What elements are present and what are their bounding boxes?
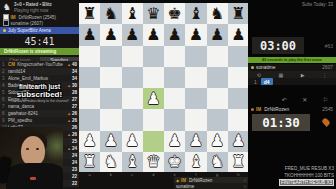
- piece-white-queen[interactable]: ♛: [146, 154, 160, 170]
- arena-countdown: 45:41: [0, 34, 79, 48]
- tournament-link[interactable]: July SuperBlitz Arena: [0, 27, 79, 34]
- square-a5[interactable]: [79, 67, 100, 88]
- square-f5[interactable]: [185, 67, 206, 88]
- standing-score: 22: [72, 174, 77, 179]
- square-a2[interactable]: ♟: [79, 131, 100, 152]
- square-g3[interactable]: [207, 109, 228, 130]
- standing-row[interactable]: 3Alone_Emil_Markus34: [0, 75, 79, 82]
- white-player-title: IM: [11, 15, 16, 20]
- square-a3[interactable]: [79, 109, 100, 130]
- square-h8[interactable]: ♜: [228, 3, 249, 24]
- piece-white-bishop[interactable]: ♝: [189, 154, 203, 170]
- square-f3[interactable]: [185, 109, 206, 130]
- standing-score: 27: [72, 104, 77, 109]
- piece-white-rook[interactable]: ♜: [82, 154, 96, 170]
- streamer-face: [21, 136, 45, 166]
- standing-row[interactable]: 1CM Kingscrusher-YouTube▲40: [0, 61, 79, 68]
- tournament-name: July SuperBlitz Arena: [8, 28, 51, 33]
- event-ticker: FRED_MUE RESUB X3TKOHHHHHH 100 BITSFINIT…: [279, 165, 334, 187]
- resign-flag-icon[interactable]: ⚐: [323, 96, 328, 103]
- standing-score: 25: [72, 139, 77, 144]
- square-h5[interactable]: [228, 67, 249, 88]
- streak-flame-icon: ▲: [67, 111, 71, 116]
- movelist-controls: ⟲▦▶⋮: [248, 71, 336, 78]
- streamer-eye: [26, 148, 29, 150]
- standing-score: 26: [72, 111, 77, 116]
- piece-black-pawn[interactable]: ♟: [82, 27, 96, 43]
- shirt-logo: [30, 177, 36, 180]
- black-player-row[interactable]: sonatime (2607): [0, 20, 79, 26]
- square-d3[interactable]: [143, 109, 164, 130]
- white-player-name: DrNitRozen (2545): [19, 15, 57, 20]
- standing-score: 40: [72, 62, 77, 67]
- takeback-icon[interactable]: ↶: [282, 96, 287, 103]
- alert-subscribed-text: subscribed!: [0, 90, 79, 99]
- game-meta-header: ♞ 3+0 • Rated • Blitz Playing right now: [0, 0, 79, 14]
- square-h3[interactable]: [228, 109, 249, 130]
- square-c5[interactable]: [122, 67, 143, 88]
- square-h4[interactable]: [228, 88, 249, 109]
- square-f6[interactable]: [185, 46, 206, 67]
- black-player-name: sonatime (2607): [11, 21, 44, 26]
- current-move[interactable]: d4: [261, 78, 273, 85]
- standing-score: 22: [72, 181, 77, 186]
- piece-black-pawn[interactable]: ♟: [146, 27, 160, 43]
- piece-black-pawn[interactable]: ♟: [231, 27, 245, 43]
- footer-white-title: IM: [181, 178, 186, 183]
- piece-white-pawn[interactable]: ♟: [231, 133, 245, 149]
- ticker-event: TKOHHHHHH 100 BITS: [279, 173, 334, 178]
- square-h7[interactable]: ♟: [228, 24, 249, 45]
- streamer-rating: 2545: [322, 107, 333, 112]
- standing-row[interactable]: 2ramild1434: [0, 68, 79, 75]
- piece-white-rook[interactable]: ♜: [231, 154, 245, 170]
- square-f1[interactable]: ♝: [185, 152, 206, 173]
- alert-sub-message: Thanks for subscribing to the channel!: [0, 99, 79, 103]
- piece-black-queen[interactable]: ♛: [146, 6, 160, 22]
- opponent-row[interactable]: sonatime 2607: [248, 64, 336, 71]
- square-c4[interactable]: [122, 88, 143, 109]
- piece-white-pawn[interactable]: ♟: [104, 133, 118, 149]
- streamer-dot-icon: [251, 108, 254, 111]
- standing-score: 24: [72, 160, 77, 165]
- square-d7[interactable]: ♟: [143, 24, 164, 45]
- standing-score: 26: [72, 118, 77, 123]
- piece-black-pawn[interactable]: ♟: [104, 27, 118, 43]
- berserk-flame-icon: [321, 117, 331, 127]
- streak-flame-icon: ▲: [67, 146, 71, 151]
- streak-flame-icon: ▲: [67, 62, 71, 67]
- square-c1[interactable]: ♝: [122, 152, 143, 173]
- piece-black-king[interactable]: ♚: [167, 6, 181, 22]
- opponent-rating: 2607: [322, 65, 333, 70]
- piece-white-knight[interactable]: ♞: [210, 154, 224, 170]
- board-menu-icon[interactable]: ▦: [279, 72, 284, 78]
- square-g6[interactable]: [207, 46, 228, 67]
- square-g5[interactable]: [207, 67, 228, 88]
- square-h6[interactable]: [228, 46, 249, 67]
- trophy-icon: [3, 29, 6, 32]
- square-h1[interactable]: ♜: [228, 152, 249, 173]
- streamer-clock: 01:30: [252, 114, 310, 131]
- square-b8[interactable]: ♞: [100, 3, 121, 24]
- square-e1[interactable]: ♚: [164, 152, 185, 173]
- chess-board[interactable]: ♜♞♝♛♚♝♞♜♟♟♟♟♟♟♟♟♟♟♟♟♟♟♟♟♜♞♝♛♚♝♞♜: [79, 3, 249, 173]
- below-board-band: ◆ IM DrNitRozen ≡ sonatime ≡: [79, 177, 248, 189]
- subscription-alert: finitearth just subscribed! Thanks for s…: [0, 83, 79, 103]
- streaming-banner[interactable]: DrNitRozen is streaming: [0, 48, 79, 55]
- piece-black-knight[interactable]: ♞: [104, 6, 118, 22]
- player-title: CM: [8, 62, 16, 67]
- streamer-player-row[interactable]: IM DrNitRozen 2545: [248, 106, 336, 113]
- menu-icon[interactable]: ≡: [244, 178, 246, 183]
- piece-white-bishop[interactable]: ♝: [125, 154, 139, 170]
- menu-icon[interactable]: ≡: [244, 184, 246, 189]
- square-e7[interactable]: ♟: [164, 24, 185, 45]
- game-meta-line2: Playing right now: [14, 8, 52, 14]
- standing-score: 23: [72, 167, 77, 172]
- square-a4[interactable]: [79, 88, 100, 109]
- standing-score: 24: [72, 146, 77, 151]
- square-c8[interactable]: ♝: [122, 3, 143, 24]
- square-d2[interactable]: [143, 131, 164, 152]
- standing-score: 34: [72, 76, 77, 81]
- standing-row[interactable]: 9PM_spedhu▲26: [0, 117, 79, 124]
- piece-white-king[interactable]: ♚: [167, 154, 181, 170]
- streak-flame-icon: ▲: [67, 132, 71, 137]
- black-color-icon: [3, 20, 9, 26]
- piece-black-rook[interactable]: ♜: [82, 6, 96, 22]
- square-f7[interactable]: ♟: [185, 24, 206, 45]
- game-action-buttons: ↶✕⚐: [274, 96, 336, 103]
- standing-score: 26: [72, 125, 77, 130]
- abort-icon[interactable]: ✕: [302, 96, 307, 103]
- square-b3[interactable]: [100, 109, 121, 130]
- square-a6[interactable]: [79, 46, 100, 67]
- square-b1[interactable]: ♞: [100, 152, 121, 173]
- standing-score: 26: [72, 132, 77, 137]
- square-f4[interactable]: [185, 88, 206, 109]
- square-d4[interactable]: ♟: [143, 88, 164, 109]
- square-e2[interactable]: ♟: [164, 131, 185, 152]
- square-b2[interactable]: ♟: [100, 131, 121, 152]
- piece-black-rook[interactable]: ♜: [231, 6, 245, 22]
- square-b4[interactable]: [100, 88, 121, 109]
- square-d8[interactable]: ♛: [143, 3, 164, 24]
- streak-flame-icon: ▲: [67, 118, 71, 123]
- square-e4[interactable]: [164, 88, 185, 109]
- streamer-eye: [36, 148, 39, 150]
- game-side-panel: Subs Today: 33 03:00 #63 40 seconds to p…: [248, 0, 336, 189]
- square-b5[interactable]: [100, 67, 121, 88]
- square-g4[interactable]: [207, 88, 228, 109]
- first-move-icon[interactable]: ⟲: [257, 72, 261, 78]
- standing-row[interactable]: 7nama_danca27: [0, 103, 79, 110]
- square-h2[interactable]: ♟: [228, 131, 249, 152]
- streamer-badge-icon: ◆: [176, 178, 179, 183]
- footer-black-name: sonatime: [176, 184, 194, 189]
- standing-name: CM Kingscrusher-YouTube: [8, 62, 67, 67]
- more-options-icon[interactable]: ⋮: [322, 72, 327, 78]
- piece-white-pawn[interactable]: ♟: [210, 133, 224, 149]
- square-d6[interactable]: [143, 46, 164, 67]
- lichess-logo-icon: ♞: [3, 2, 11, 12]
- piece-black-pawn[interactable]: ♟: [210, 27, 224, 43]
- square-a1[interactable]: ♜: [79, 152, 100, 173]
- opponent-name: sonatime: [256, 65, 275, 70]
- piece-black-bishop[interactable]: ♝: [125, 6, 139, 22]
- piece-black-bishop[interactable]: ♝: [189, 6, 203, 22]
- square-b6[interactable]: [100, 46, 121, 67]
- stream-screen: ♞ 3+0 • Rated • Blitz Playing right now …: [0, 0, 336, 189]
- opponent-clock: 03:00: [252, 37, 304, 54]
- streamer-name: DrNitRozen: [264, 107, 289, 112]
- square-a7[interactable]: ♟: [79, 24, 100, 45]
- piece-black-pawn[interactable]: ♟: [189, 27, 203, 43]
- ticker-event: FINITEARTH RESUB X3: [279, 179, 334, 186]
- square-d1[interactable]: ♛: [143, 152, 164, 173]
- standing-row[interactable]: 8gawhator-8241▲26: [0, 110, 79, 117]
- webcam-overlay: [0, 127, 63, 189]
- footer-white-name: DrNitRozen: [189, 178, 212, 183]
- square-c2[interactable]: ♟: [122, 131, 143, 152]
- game-meta-line1: 3+0 • Rated • Blitz: [14, 2, 52, 8]
- square-f2[interactable]: ♟: [185, 131, 206, 152]
- piece-black-pawn[interactable]: ♟: [167, 27, 181, 43]
- square-e6[interactable]: [164, 46, 185, 67]
- square-c3[interactable]: [122, 109, 143, 130]
- standing-score: 34: [72, 69, 77, 74]
- square-d5[interactable]: [143, 67, 164, 88]
- white-color-icon: [3, 14, 9, 20]
- square-g2[interactable]: ♟: [207, 131, 228, 152]
- game-number: #63: [325, 43, 333, 49]
- streamer-shirt: [6, 163, 63, 189]
- move-list: 1 d4: [248, 78, 336, 85]
- square-b7[interactable]: ♟: [100, 24, 121, 45]
- square-e8[interactable]: ♚: [164, 3, 185, 24]
- standing-name: gawhator-8241: [8, 111, 67, 116]
- streamer-title: IM: [256, 107, 261, 112]
- square-g1[interactable]: ♞: [207, 152, 228, 173]
- move-number: 1: [254, 79, 257, 85]
- square-e5[interactable]: [164, 67, 185, 88]
- standing-score: 24: [72, 153, 77, 158]
- square-g8[interactable]: ♞: [207, 3, 228, 24]
- piece-white-knight[interactable]: ♞: [104, 154, 118, 170]
- alert-subscriber-name: finitearth just: [0, 83, 79, 90]
- piece-white-pawn[interactable]: ♟: [189, 133, 203, 149]
- standing-name: nama_danca: [8, 104, 72, 109]
- square-c7[interactable]: ♟: [122, 24, 143, 45]
- square-f8[interactable]: ♝: [185, 3, 206, 24]
- piece-white-pawn[interactable]: ♟: [125, 133, 139, 149]
- subs-today-counter: Subs Today: 33: [302, 2, 333, 7]
- standing-name: Alone_Emil_Markus: [8, 76, 72, 81]
- square-g7[interactable]: ♟: [207, 24, 228, 45]
- online-dot-icon: [251, 66, 254, 69]
- piece-black-pawn[interactable]: ♟: [125, 27, 139, 43]
- square-e3[interactable]: [164, 109, 185, 130]
- next-move-icon[interactable]: ▶: [301, 72, 305, 78]
- footer-player-black[interactable]: sonatime ≡: [174, 183, 248, 189]
- standing-name: ramild14: [8, 69, 72, 74]
- first-move-warning-bar: 40 seconds to play the first move: [248, 57, 336, 63]
- piece-white-pawn[interactable]: ♟: [146, 91, 160, 107]
- piece-black-knight[interactable]: ♞: [210, 6, 224, 22]
- ticker-event: FRED_MUE RESUB X3: [279, 166, 334, 171]
- piece-white-pawn[interactable]: ♟: [167, 133, 181, 149]
- square-c6[interactable]: [122, 46, 143, 67]
- piece-white-pawn[interactable]: ♟: [82, 133, 96, 149]
- standing-name: PM_spedhu: [8, 118, 67, 123]
- square-a8[interactable]: ♜: [79, 3, 100, 24]
